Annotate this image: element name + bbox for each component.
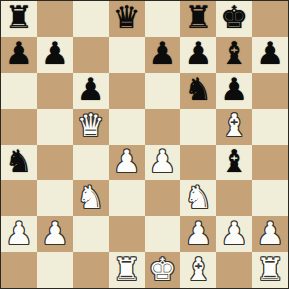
square-g4[interactable]: ♝ [216,145,252,181]
black-knight-a4[interactable]: ♞ [5,146,33,177]
square-f5[interactable] [180,109,216,145]
square-f7[interactable]: ♟ [180,37,216,73]
square-g8[interactable]: ♚ [216,1,252,37]
square-d5[interactable] [109,109,145,145]
square-a8[interactable]: ♜ [1,1,37,37]
square-g1[interactable] [216,252,252,288]
square-b5[interactable] [37,109,73,145]
white-king-e1[interactable]: ♚ [149,254,177,285]
square-d8[interactable]: ♛ [109,1,145,37]
white-knight-c3[interactable]: ♞ [77,182,105,213]
square-d1[interactable]: ♜ [109,252,145,288]
white-pawn-h2[interactable]: ♟ [256,218,284,249]
square-e4[interactable]: ♟ [145,145,181,181]
chess-board-panel: ♜♛♜♚♟♟♟♟♝♟♟♞♟♛♝♞♟♟♝♞♞♟♟♟♟♟♜♚♝♜ [0,0,289,289]
square-h3[interactable] [252,180,288,216]
square-a5[interactable] [1,109,37,145]
black-pawn-b7[interactable]: ♟ [41,38,69,69]
square-b7[interactable]: ♟ [37,37,73,73]
square-d3[interactable] [109,180,145,216]
square-h2[interactable]: ♟ [252,216,288,252]
square-f6[interactable]: ♞ [180,73,216,109]
square-g5[interactable]: ♝ [216,109,252,145]
square-f8[interactable]: ♜ [180,1,216,37]
square-a7[interactable]: ♟ [1,37,37,73]
square-e3[interactable] [145,180,181,216]
square-a3[interactable] [1,180,37,216]
black-pawn-g6[interactable]: ♟ [220,74,248,105]
square-b8[interactable] [37,1,73,37]
black-pawn-f7[interactable]: ♟ [184,38,212,69]
square-e8[interactable] [145,1,181,37]
white-pawn-b2[interactable]: ♟ [41,218,69,249]
white-pawn-g2[interactable]: ♟ [220,218,248,249]
white-pawn-e4[interactable]: ♟ [149,146,177,177]
square-h7[interactable]: ♟ [252,37,288,73]
square-b1[interactable] [37,252,73,288]
square-a1[interactable] [1,252,37,288]
square-d2[interactable] [109,216,145,252]
square-c3[interactable]: ♞ [73,180,109,216]
square-f4[interactable] [180,145,216,181]
square-h5[interactable] [252,109,288,145]
white-queen-c5[interactable]: ♛ [77,110,105,141]
black-pawn-e7[interactable]: ♟ [149,38,177,69]
square-a4[interactable]: ♞ [1,145,37,181]
square-g2[interactable]: ♟ [216,216,252,252]
square-c2[interactable] [73,216,109,252]
black-rook-a8[interactable]: ♜ [5,2,33,33]
white-bishop-g5[interactable]: ♝ [220,110,248,141]
square-e1[interactable]: ♚ [145,252,181,288]
chess-board: ♜♛♜♚♟♟♟♟♝♟♟♞♟♛♝♞♟♟♝♞♞♟♟♟♟♟♜♚♝♜ [0,0,289,289]
white-pawn-d4[interactable]: ♟ [113,146,141,177]
black-knight-f6[interactable]: ♞ [184,74,212,105]
square-e2[interactable] [145,216,181,252]
square-f1[interactable]: ♝ [180,252,216,288]
square-c6[interactable]: ♟ [73,73,109,109]
white-knight-f3[interactable]: ♞ [184,182,212,213]
square-b4[interactable] [37,145,73,181]
square-c4[interactable] [73,145,109,181]
white-rook-h1[interactable]: ♜ [256,254,284,285]
square-a6[interactable] [1,73,37,109]
white-rook-d1[interactable]: ♜ [113,254,141,285]
square-d6[interactable] [109,73,145,109]
square-e6[interactable] [145,73,181,109]
square-d4[interactable]: ♟ [109,145,145,181]
square-f2[interactable]: ♟ [180,216,216,252]
black-pawn-h7[interactable]: ♟ [256,38,284,69]
black-rook-f8[interactable]: ♜ [184,2,212,33]
black-pawn-c6[interactable]: ♟ [77,74,105,105]
square-b3[interactable] [37,180,73,216]
white-pawn-a2[interactable]: ♟ [5,218,33,249]
white-bishop-f1[interactable]: ♝ [184,254,212,285]
square-b2[interactable]: ♟ [37,216,73,252]
black-king-g8[interactable]: ♚ [220,2,248,33]
square-c8[interactable] [73,1,109,37]
square-f3[interactable]: ♞ [180,180,216,216]
square-c1[interactable] [73,252,109,288]
square-h6[interactable] [252,73,288,109]
square-g6[interactable]: ♟ [216,73,252,109]
black-queen-d8[interactable]: ♛ [113,2,141,33]
square-d7[interactable] [109,37,145,73]
black-bishop-g7[interactable]: ♝ [220,38,248,69]
square-a2[interactable]: ♟ [1,216,37,252]
square-c5[interactable]: ♛ [73,109,109,145]
black-bishop-g4[interactable]: ♝ [220,146,248,177]
white-pawn-f2[interactable]: ♟ [184,218,212,249]
square-h1[interactable]: ♜ [252,252,288,288]
square-c7[interactable] [73,37,109,73]
square-e5[interactable] [145,109,181,145]
black-pawn-a7[interactable]: ♟ [5,38,33,69]
square-h4[interactable] [252,145,288,181]
square-b6[interactable] [37,73,73,109]
square-e7[interactable]: ♟ [145,37,181,73]
square-h8[interactable] [252,1,288,37]
square-g3[interactable] [216,180,252,216]
square-g7[interactable]: ♝ [216,37,252,73]
